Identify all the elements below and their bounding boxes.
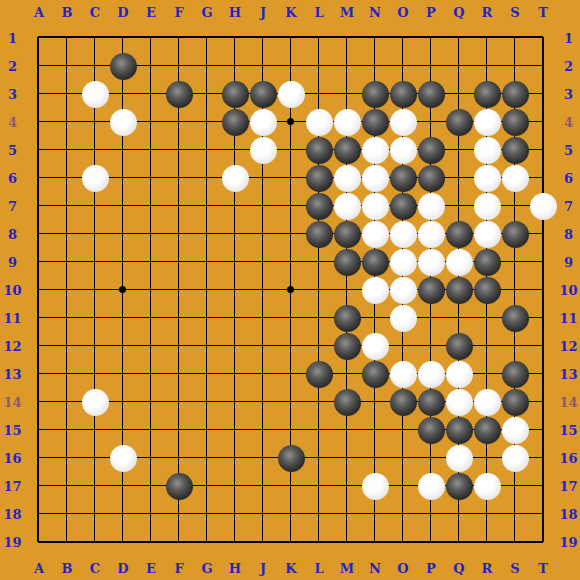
board-cell[interactable] xyxy=(249,24,277,52)
board-cell[interactable] xyxy=(249,52,277,80)
board-cell[interactable] xyxy=(221,52,249,80)
board-cell[interactable] xyxy=(53,360,81,388)
board-cell[interactable] xyxy=(137,388,165,416)
board-cell[interactable] xyxy=(165,248,193,276)
board-cell[interactable] xyxy=(25,332,53,360)
board-cell[interactable] xyxy=(417,136,445,164)
board-cell[interactable] xyxy=(81,220,109,248)
board-cell[interactable] xyxy=(221,248,249,276)
board-cell[interactable] xyxy=(305,416,333,444)
board-cell[interactable] xyxy=(389,444,417,472)
board-cell[interactable] xyxy=(221,220,249,248)
board-cell[interactable] xyxy=(333,528,361,556)
board-cell[interactable] xyxy=(529,276,557,304)
board-cell[interactable] xyxy=(53,528,81,556)
board-cell[interactable] xyxy=(53,444,81,472)
board-cell[interactable] xyxy=(333,220,361,248)
board-cell[interactable] xyxy=(417,248,445,276)
board-cell[interactable] xyxy=(445,304,473,332)
board-cell[interactable] xyxy=(529,304,557,332)
board-cell[interactable] xyxy=(277,80,305,108)
board-cell[interactable] xyxy=(25,220,53,248)
board-cell[interactable] xyxy=(137,416,165,444)
board-cell[interactable] xyxy=(473,220,501,248)
board-cell[interactable] xyxy=(501,444,529,472)
board-cell[interactable] xyxy=(445,472,473,500)
board-cell[interactable] xyxy=(53,416,81,444)
board-cell[interactable] xyxy=(361,304,389,332)
board-cell[interactable] xyxy=(53,472,81,500)
board-cell[interactable] xyxy=(473,52,501,80)
board-cell[interactable] xyxy=(305,80,333,108)
board-cell[interactable] xyxy=(137,276,165,304)
board-cell[interactable] xyxy=(445,332,473,360)
board-cell[interactable] xyxy=(53,304,81,332)
board-cell[interactable] xyxy=(277,108,305,136)
board-cell[interactable] xyxy=(473,332,501,360)
board-cell[interactable] xyxy=(305,360,333,388)
board-cell[interactable] xyxy=(445,108,473,136)
board-cell[interactable] xyxy=(417,52,445,80)
board-cell[interactable] xyxy=(333,276,361,304)
board-cell[interactable] xyxy=(221,192,249,220)
board-cell[interactable] xyxy=(473,416,501,444)
board-cell[interactable] xyxy=(529,360,557,388)
board-cell[interactable] xyxy=(137,136,165,164)
board-cell[interactable] xyxy=(529,248,557,276)
board-cell[interactable] xyxy=(53,164,81,192)
board-cell[interactable] xyxy=(445,136,473,164)
board-cell[interactable] xyxy=(277,220,305,248)
board-cell[interactable] xyxy=(81,360,109,388)
board-cell[interactable] xyxy=(109,472,137,500)
board-cell[interactable] xyxy=(361,388,389,416)
board-cell[interactable] xyxy=(501,528,529,556)
board-cell[interactable] xyxy=(109,332,137,360)
board-cell[interactable] xyxy=(249,248,277,276)
board-cell[interactable] xyxy=(193,220,221,248)
board-cell[interactable] xyxy=(249,80,277,108)
board-cell[interactable] xyxy=(109,24,137,52)
board-cell[interactable] xyxy=(25,164,53,192)
board-cell[interactable] xyxy=(333,108,361,136)
board-cell[interactable] xyxy=(249,220,277,248)
board-cell[interactable] xyxy=(165,500,193,528)
board-cell[interactable] xyxy=(333,360,361,388)
board-cell[interactable] xyxy=(529,332,557,360)
board-cell[interactable] xyxy=(501,136,529,164)
board-cell[interactable] xyxy=(221,108,249,136)
board-cell[interactable] xyxy=(137,164,165,192)
board-cell[interactable] xyxy=(333,164,361,192)
board-cell[interactable] xyxy=(277,24,305,52)
board-cell[interactable] xyxy=(81,276,109,304)
board-cell[interactable] xyxy=(25,472,53,500)
board-cell[interactable] xyxy=(445,444,473,472)
board-cell[interactable] xyxy=(277,416,305,444)
board-cell[interactable] xyxy=(305,472,333,500)
board-cell[interactable] xyxy=(193,416,221,444)
board-cell[interactable] xyxy=(473,276,501,304)
board-cell[interactable] xyxy=(277,136,305,164)
board-cell[interactable] xyxy=(137,248,165,276)
board-cell[interactable] xyxy=(249,304,277,332)
board-cell[interactable] xyxy=(417,80,445,108)
board-cell[interactable] xyxy=(417,108,445,136)
board-cell[interactable] xyxy=(417,444,445,472)
board-cell[interactable] xyxy=(529,472,557,500)
board-cell[interactable] xyxy=(529,220,557,248)
board-cell[interactable] xyxy=(473,500,501,528)
board-cell[interactable] xyxy=(417,276,445,304)
board-cell[interactable] xyxy=(53,52,81,80)
board-cell[interactable] xyxy=(109,388,137,416)
board-cell[interactable] xyxy=(165,80,193,108)
board-cell[interactable] xyxy=(221,416,249,444)
board-cell[interactable] xyxy=(109,444,137,472)
board-cell[interactable] xyxy=(445,360,473,388)
board-cell[interactable] xyxy=(249,136,277,164)
board-cell[interactable] xyxy=(25,360,53,388)
board-cell[interactable] xyxy=(361,360,389,388)
board-cell[interactable] xyxy=(53,24,81,52)
board-cell[interactable] xyxy=(361,332,389,360)
board-cell[interactable] xyxy=(501,416,529,444)
board-cell[interactable] xyxy=(81,444,109,472)
board-cell[interactable] xyxy=(165,24,193,52)
board-cell[interactable] xyxy=(277,332,305,360)
board-cell[interactable] xyxy=(333,416,361,444)
board-cell[interactable] xyxy=(53,80,81,108)
board-cell[interactable] xyxy=(193,528,221,556)
board-cell[interactable] xyxy=(389,220,417,248)
board-cell[interactable] xyxy=(417,388,445,416)
board-cell[interactable] xyxy=(389,388,417,416)
board-cell[interactable] xyxy=(109,276,137,304)
board-cell[interactable] xyxy=(305,388,333,416)
board-cell[interactable] xyxy=(193,360,221,388)
board-cell[interactable] xyxy=(445,192,473,220)
board-cell[interactable] xyxy=(165,444,193,472)
board-cell[interactable] xyxy=(389,528,417,556)
board-cell[interactable] xyxy=(193,500,221,528)
board-cell[interactable] xyxy=(389,360,417,388)
board-cell[interactable] xyxy=(165,164,193,192)
board-cell[interactable] xyxy=(333,248,361,276)
board-cell[interactable] xyxy=(361,276,389,304)
board-cell[interactable] xyxy=(165,192,193,220)
board-cell[interactable] xyxy=(249,444,277,472)
board-cell[interactable] xyxy=(193,52,221,80)
board-cell[interactable] xyxy=(193,304,221,332)
board-cell[interactable] xyxy=(137,472,165,500)
board-cell[interactable] xyxy=(277,52,305,80)
board-cell[interactable] xyxy=(53,192,81,220)
board-cell[interactable] xyxy=(25,248,53,276)
board-cell[interactable] xyxy=(81,528,109,556)
board-cell[interactable] xyxy=(529,108,557,136)
board-cell[interactable] xyxy=(389,276,417,304)
board-cell[interactable] xyxy=(221,500,249,528)
board-cell[interactable] xyxy=(277,276,305,304)
board-cell[interactable] xyxy=(529,52,557,80)
board-cell[interactable] xyxy=(53,332,81,360)
board-cell[interactable] xyxy=(221,164,249,192)
board-cell[interactable] xyxy=(333,80,361,108)
board-cell[interactable] xyxy=(221,444,249,472)
board-cell[interactable] xyxy=(361,192,389,220)
board-cell[interactable] xyxy=(53,220,81,248)
board-cell[interactable] xyxy=(249,164,277,192)
board-cell[interactable] xyxy=(417,416,445,444)
board-cell[interactable] xyxy=(529,24,557,52)
board-cell[interactable] xyxy=(529,164,557,192)
board-cell[interactable] xyxy=(109,248,137,276)
board-cell[interactable] xyxy=(25,192,53,220)
board-cell[interactable] xyxy=(109,416,137,444)
board-cell[interactable] xyxy=(137,220,165,248)
board-cell[interactable] xyxy=(417,192,445,220)
board-cell[interactable] xyxy=(221,360,249,388)
board-cell[interactable] xyxy=(445,416,473,444)
board-cell[interactable] xyxy=(333,444,361,472)
board-cell[interactable] xyxy=(389,136,417,164)
board-cell[interactable] xyxy=(389,80,417,108)
board-cell[interactable] xyxy=(53,276,81,304)
board-cell[interactable] xyxy=(137,304,165,332)
board-cell[interactable] xyxy=(529,80,557,108)
board-cell[interactable] xyxy=(529,444,557,472)
board-cell[interactable] xyxy=(473,80,501,108)
board-cell[interactable] xyxy=(165,108,193,136)
board-cell[interactable] xyxy=(501,276,529,304)
board-cell[interactable] xyxy=(221,136,249,164)
board-cell[interactable] xyxy=(25,528,53,556)
board-cell[interactable] xyxy=(333,52,361,80)
board-cell[interactable] xyxy=(501,248,529,276)
board-cell[interactable] xyxy=(305,248,333,276)
board-cell[interactable] xyxy=(249,500,277,528)
board-cell[interactable] xyxy=(165,220,193,248)
board-cell[interactable] xyxy=(165,304,193,332)
board-cell[interactable] xyxy=(193,332,221,360)
board-cell[interactable] xyxy=(109,220,137,248)
board-cell[interactable] xyxy=(389,192,417,220)
board-cell[interactable] xyxy=(501,164,529,192)
board-cell[interactable] xyxy=(137,24,165,52)
board-cell[interactable] xyxy=(249,360,277,388)
board-cell[interactable] xyxy=(221,472,249,500)
board-cell[interactable] xyxy=(249,416,277,444)
board-cell[interactable] xyxy=(25,52,53,80)
board-cell[interactable] xyxy=(277,472,305,500)
board-cell[interactable] xyxy=(249,388,277,416)
board-cell[interactable] xyxy=(529,136,557,164)
board-cell[interactable] xyxy=(25,136,53,164)
board-cell[interactable] xyxy=(333,192,361,220)
board-cell[interactable] xyxy=(333,332,361,360)
board-cell[interactable] xyxy=(473,472,501,500)
board-cell[interactable] xyxy=(501,500,529,528)
board-cell[interactable] xyxy=(445,528,473,556)
board-cell[interactable] xyxy=(277,304,305,332)
board-cell[interactable] xyxy=(417,220,445,248)
board-cell[interactable] xyxy=(473,136,501,164)
board-cell[interactable] xyxy=(473,388,501,416)
board-cell[interactable] xyxy=(389,164,417,192)
board-cell[interactable] xyxy=(137,192,165,220)
board-cell[interactable] xyxy=(221,80,249,108)
board-cell[interactable] xyxy=(193,248,221,276)
board-cell[interactable] xyxy=(333,136,361,164)
board-cell[interactable] xyxy=(473,444,501,472)
board-cell[interactable] xyxy=(81,304,109,332)
board-cell[interactable] xyxy=(473,528,501,556)
board-cell[interactable] xyxy=(25,276,53,304)
board-cell[interactable] xyxy=(221,304,249,332)
board-cell[interactable] xyxy=(305,444,333,472)
board-cell[interactable] xyxy=(529,528,557,556)
board-cell[interactable] xyxy=(305,528,333,556)
board-cell[interactable] xyxy=(109,52,137,80)
board-cell[interactable] xyxy=(529,388,557,416)
board-cell[interactable] xyxy=(193,192,221,220)
board-cell[interactable] xyxy=(53,108,81,136)
board-cell[interactable] xyxy=(361,24,389,52)
board-cell[interactable] xyxy=(81,108,109,136)
board-cell[interactable] xyxy=(361,416,389,444)
board-cell[interactable] xyxy=(305,164,333,192)
board-cell[interactable] xyxy=(221,276,249,304)
board-cell[interactable] xyxy=(389,416,417,444)
board-cell[interactable] xyxy=(137,52,165,80)
board-cell[interactable] xyxy=(165,528,193,556)
board-cell[interactable] xyxy=(277,164,305,192)
board-cell[interactable] xyxy=(333,500,361,528)
board-cell[interactable] xyxy=(165,388,193,416)
board-cell[interactable] xyxy=(417,472,445,500)
board-cell[interactable] xyxy=(109,136,137,164)
board-cell[interactable] xyxy=(249,276,277,304)
board-cell[interactable] xyxy=(193,136,221,164)
board-cell[interactable] xyxy=(389,500,417,528)
board-cell[interactable] xyxy=(277,444,305,472)
board-cell[interactable] xyxy=(165,52,193,80)
board-cell[interactable] xyxy=(109,164,137,192)
board-cell[interactable] xyxy=(501,472,529,500)
board-cell[interactable] xyxy=(361,528,389,556)
board-cell[interactable] xyxy=(137,528,165,556)
board-cell[interactable] xyxy=(25,444,53,472)
board-cell[interactable] xyxy=(53,500,81,528)
board-cell[interactable] xyxy=(81,192,109,220)
board-cell[interactable] xyxy=(193,444,221,472)
board-cell[interactable] xyxy=(501,80,529,108)
board-cell[interactable] xyxy=(305,192,333,220)
board-cell[interactable] xyxy=(389,304,417,332)
board-cell[interactable] xyxy=(501,24,529,52)
board-cell[interactable] xyxy=(137,444,165,472)
board-cell[interactable] xyxy=(165,136,193,164)
board-cell[interactable] xyxy=(25,388,53,416)
board-cell[interactable] xyxy=(305,220,333,248)
board-cell[interactable] xyxy=(333,24,361,52)
board-cell[interactable] xyxy=(305,500,333,528)
board-cell[interactable] xyxy=(249,192,277,220)
board-cell[interactable] xyxy=(81,416,109,444)
board-cell[interactable] xyxy=(137,108,165,136)
board-cell[interactable] xyxy=(501,52,529,80)
board-cell[interactable] xyxy=(165,360,193,388)
board-cell[interactable] xyxy=(193,80,221,108)
board-cell[interactable] xyxy=(165,472,193,500)
board-cell[interactable] xyxy=(417,500,445,528)
board-cell[interactable] xyxy=(305,276,333,304)
board-cell[interactable] xyxy=(193,472,221,500)
board-cell[interactable] xyxy=(277,360,305,388)
board-cell[interactable] xyxy=(473,248,501,276)
board-cell[interactable] xyxy=(389,472,417,500)
board-cell[interactable] xyxy=(109,80,137,108)
board-cell[interactable] xyxy=(361,248,389,276)
board-cell[interactable] xyxy=(277,248,305,276)
board-cell[interactable] xyxy=(249,108,277,136)
board-cell[interactable] xyxy=(445,500,473,528)
board-cell[interactable] xyxy=(81,164,109,192)
board-cell[interactable] xyxy=(445,164,473,192)
board-cell[interactable] xyxy=(361,444,389,472)
board-cell[interactable] xyxy=(501,220,529,248)
board-cell[interactable] xyxy=(473,164,501,192)
board-cell[interactable] xyxy=(417,360,445,388)
board-cell[interactable] xyxy=(81,388,109,416)
board-cell[interactable] xyxy=(109,528,137,556)
board-cell[interactable] xyxy=(305,24,333,52)
board-cell[interactable] xyxy=(389,24,417,52)
board-cell[interactable] xyxy=(501,388,529,416)
board-cell[interactable] xyxy=(277,192,305,220)
board-cell[interactable] xyxy=(137,360,165,388)
board-cell[interactable] xyxy=(165,332,193,360)
board-cell[interactable] xyxy=(165,276,193,304)
board-cell[interactable] xyxy=(53,388,81,416)
board-cell[interactable] xyxy=(109,192,137,220)
board-cell[interactable] xyxy=(529,500,557,528)
board-cell[interactable] xyxy=(445,276,473,304)
board-cell[interactable] xyxy=(193,388,221,416)
board-cell[interactable] xyxy=(221,24,249,52)
board-cell[interactable] xyxy=(193,164,221,192)
board-cell[interactable] xyxy=(53,248,81,276)
board-cell[interactable] xyxy=(473,108,501,136)
board-cell[interactable] xyxy=(389,52,417,80)
board-cell[interactable] xyxy=(137,80,165,108)
board-cell[interactable] xyxy=(81,80,109,108)
board-cell[interactable] xyxy=(333,472,361,500)
board-cell[interactable] xyxy=(249,332,277,360)
board-cell[interactable] xyxy=(305,304,333,332)
board-cell[interactable] xyxy=(25,108,53,136)
board-cell[interactable] xyxy=(221,528,249,556)
board-cell[interactable] xyxy=(389,108,417,136)
board-cell[interactable] xyxy=(25,500,53,528)
board-cell[interactable] xyxy=(473,304,501,332)
board-cell[interactable] xyxy=(445,388,473,416)
board-cell[interactable] xyxy=(501,304,529,332)
board-cell[interactable] xyxy=(109,360,137,388)
board-cell[interactable] xyxy=(137,500,165,528)
board-cell[interactable] xyxy=(277,388,305,416)
